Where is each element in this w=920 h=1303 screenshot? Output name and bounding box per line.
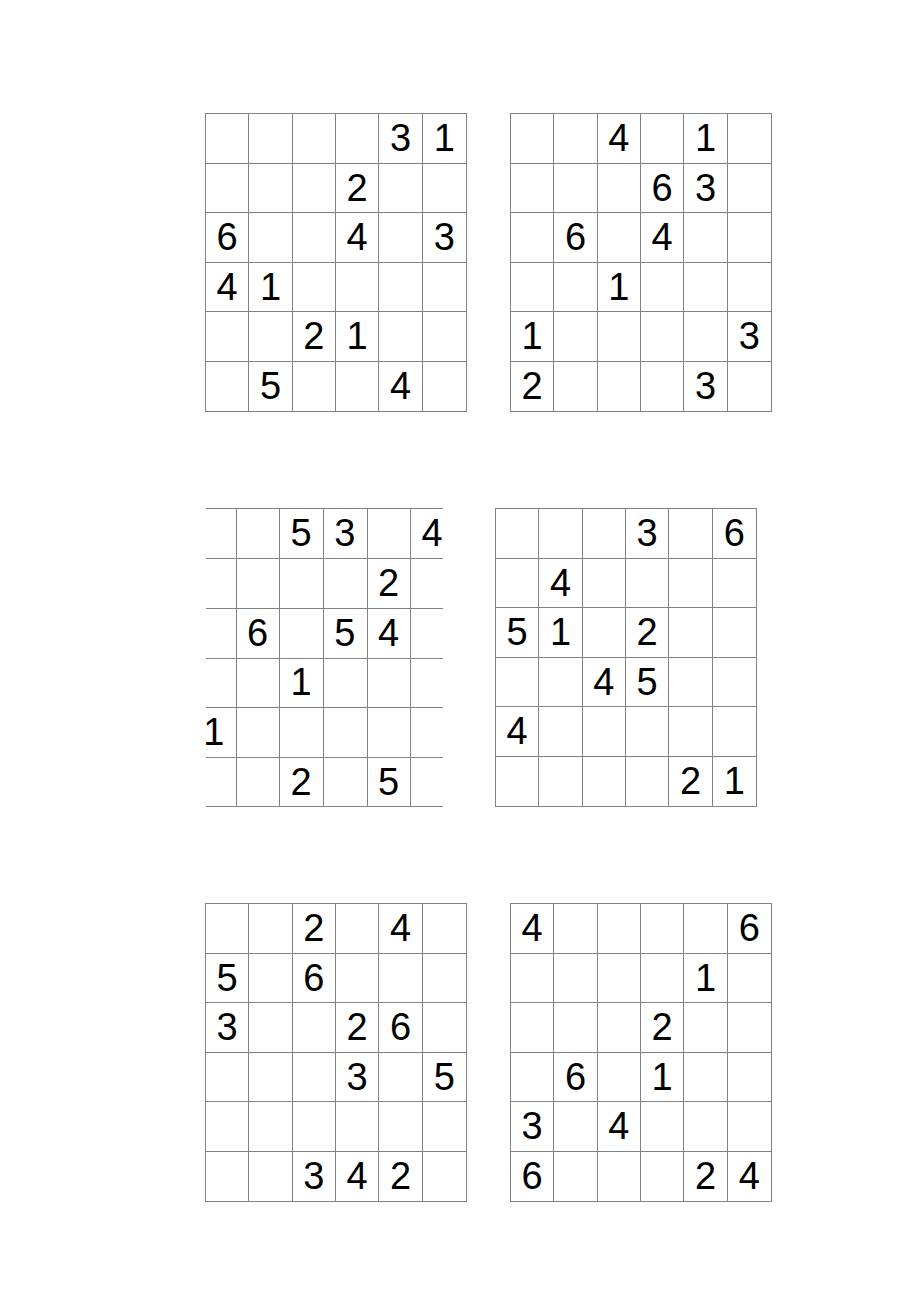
puzzle-2-given-r6c1[interactable]: 2 [511, 362, 554, 412]
puzzle-3-cell-r2c4[interactable] [323, 558, 367, 608]
puzzle-4-cell-r6c1[interactable] [496, 757, 539, 807]
puzzle-5-cell-r3c3[interactable] [293, 1003, 336, 1053]
puzzle-6-cell-r1c4[interactable] [641, 904, 684, 954]
puzzle-5-cell-r4c3[interactable] [293, 1053, 336, 1103]
puzzle-4-cell-r3c6[interactable] [713, 608, 756, 658]
puzzle-5-cell-r4c1[interactable] [206, 1053, 249, 1103]
puzzle-3-cell-r5c5[interactable] [367, 707, 411, 757]
puzzle-4-given-r2c2[interactable]: 4 [539, 559, 582, 609]
puzzle-1-cell-r2c6[interactable] [423, 164, 466, 214]
puzzle-4-given-r1c4[interactable]: 3 [626, 509, 669, 559]
puzzle-3-cell-r2c1[interactable] [192, 558, 236, 608]
puzzle-1-given-r6c2[interactable]: 5 [249, 362, 292, 412]
puzzle-5-given-r1c3[interactable]: 2 [293, 904, 336, 954]
puzzle-3-cell-r4c1[interactable] [192, 657, 236, 707]
puzzle-6-cell-r3c6[interactable] [728, 1003, 771, 1053]
puzzle-5-cell-r5c2[interactable] [249, 1102, 292, 1152]
puzzle-5-given-r3c5[interactable]: 6 [379, 1003, 422, 1053]
puzzle-5-given-r1c5[interactable]: 4 [379, 904, 422, 954]
puzzle-3-cell-r6c1[interactable] [192, 757, 236, 807]
puzzle-4-cell-r4c2[interactable] [539, 658, 582, 708]
puzzle-1-cell-r5c6[interactable] [423, 312, 466, 362]
puzzle-1-cell-r3c5[interactable] [379, 213, 422, 263]
puzzle-6-cell-r5c4[interactable] [641, 1102, 684, 1152]
puzzle-3-cell-r4c5[interactable] [367, 657, 411, 707]
puzzle-5-cell-r1c6[interactable] [423, 904, 466, 954]
puzzle-4-given-r4c3[interactable]: 4 [583, 658, 626, 708]
puzzle-6-cell-r1c5[interactable] [684, 904, 727, 954]
puzzle-1-board: 312643412154 [205, 113, 467, 412]
puzzle-2-given-r1c3[interactable]: 4 [598, 114, 641, 164]
puzzle-3-cell-r6c4[interactable] [323, 757, 367, 807]
puzzle-4-cell-r5c6[interactable] [713, 707, 756, 757]
puzzle-3-cell-r1c2[interactable] [236, 508, 280, 558]
puzzle-4-given-r1c6[interactable]: 6 [713, 509, 756, 559]
puzzle-6-cell-r1c2[interactable] [554, 904, 597, 954]
puzzle-grid-3: 53426541125 [192, 508, 454, 807]
puzzle-3-given-r6c3[interactable]: 2 [279, 757, 323, 807]
puzzle-2-cell-r4c4[interactable] [641, 263, 684, 313]
puzzle-6-cell-r3c2[interactable] [554, 1003, 597, 1053]
puzzle-5-cell-r3c2[interactable] [249, 1003, 292, 1053]
puzzle-5-cell-r2c2[interactable] [249, 954, 292, 1004]
puzzle-2-cell-r3c5[interactable] [684, 213, 727, 263]
puzzle-2-given-r3c2[interactable]: 6 [554, 213, 597, 263]
puzzle-6-given-r2c5[interactable]: 1 [684, 954, 727, 1004]
puzzle-4-cell-r2c3[interactable] [583, 559, 626, 609]
puzzle-3-cell-r5c3[interactable] [279, 707, 323, 757]
puzzle-5-given-r6c4[interactable]: 4 [336, 1152, 379, 1202]
puzzle-5-given-r3c1[interactable]: 3 [206, 1003, 249, 1053]
puzzle-6-cell-r2c3[interactable] [598, 954, 641, 1004]
puzzle-5-given-r3c4[interactable]: 2 [336, 1003, 379, 1053]
puzzle-grid-1: 312643412154 [205, 113, 467, 412]
puzzle-6-cell-r2c1[interactable] [511, 954, 554, 1004]
puzzle-5-given-r6c3[interactable]: 3 [293, 1152, 336, 1202]
grid-line-vertical [323, 508, 324, 807]
puzzle-2-cell-r5c2[interactable] [554, 312, 597, 362]
puzzle-3-cell-r2c2[interactable] [236, 558, 280, 608]
puzzle-4-cell-r2c4[interactable] [626, 559, 669, 609]
puzzle-2-cell-r1c4[interactable] [641, 114, 684, 164]
puzzle-3-cell-r1c5[interactable] [367, 508, 411, 558]
grid-line-horizontal [206, 658, 443, 659]
puzzle-6-given-r5c3[interactable]: 4 [598, 1102, 641, 1152]
puzzle-1-given-r1c6[interactable]: 1 [423, 114, 466, 164]
puzzle-1-given-r3c6[interactable]: 3 [423, 213, 466, 263]
puzzle-3-cell-r5c4[interactable] [323, 707, 367, 757]
puzzle-1-given-r1c5[interactable]: 3 [379, 114, 422, 164]
puzzle-4-cell-r3c5[interactable] [669, 608, 712, 658]
puzzle-6-cell-r2c6[interactable] [728, 954, 771, 1004]
puzzle-6-cell-r4c6[interactable] [728, 1053, 771, 1103]
puzzle-1-given-r3c1[interactable]: 6 [206, 213, 249, 263]
puzzle-6-given-r1c1[interactable]: 4 [511, 904, 554, 954]
puzzle-1-cell-r1c4[interactable] [336, 114, 379, 164]
puzzle-4-cell-r1c5[interactable] [669, 509, 712, 559]
puzzle-5-given-r2c3[interactable]: 6 [293, 954, 336, 1004]
puzzle-2-given-r2c5[interactable]: 3 [684, 164, 727, 214]
puzzle-6-given-r4c2[interactable]: 6 [554, 1053, 597, 1103]
puzzle-5-cell-r5c1[interactable] [206, 1102, 249, 1152]
puzzle-1-given-r4c1[interactable]: 4 [206, 263, 249, 313]
puzzle-2-cell-r1c1[interactable] [511, 114, 554, 164]
puzzle-3-given-r3c2[interactable]: 6 [236, 608, 280, 658]
puzzle-1-cell-r2c2[interactable] [249, 164, 292, 214]
puzzle-5-cell-r2c4[interactable] [336, 954, 379, 1004]
puzzle-1-given-r6c5[interactable]: 4 [379, 362, 422, 412]
puzzle-3-given-r5c1[interactable]: 1 [192, 707, 236, 757]
puzzle-4-given-r6c6[interactable]: 1 [713, 757, 756, 807]
puzzle-2-cell-r1c2[interactable] [554, 114, 597, 164]
puzzle-4-board: 36451245421 [495, 508, 757, 807]
puzzle-2-cell-r4c2[interactable] [554, 263, 597, 313]
puzzle-3-cell-r5c2[interactable] [236, 707, 280, 757]
puzzle-1-cell-r6c6[interactable] [423, 362, 466, 412]
puzzle-6-given-r5c1[interactable]: 3 [511, 1102, 554, 1152]
puzzle-6-given-r1c6[interactable]: 6 [728, 904, 771, 954]
puzzle-4-given-r3c1[interactable]: 5 [496, 608, 539, 658]
puzzle-1-given-r3c4[interactable]: 4 [336, 213, 379, 263]
puzzle-1-cell-r6c3[interactable] [293, 362, 336, 412]
puzzle-6-cell-r4c5[interactable] [684, 1053, 727, 1103]
puzzle-2-given-r4c3[interactable]: 1 [598, 263, 641, 313]
puzzle-3-cell-r3c6[interactable] [410, 608, 454, 658]
puzzle-6-cell-r3c1[interactable] [511, 1003, 554, 1053]
puzzle-2-cell-r4c5[interactable] [684, 263, 727, 313]
grid-line-horizontal [206, 806, 443, 807]
puzzle-1-cell-r4c3[interactable] [293, 263, 336, 313]
puzzle-3-given-r1c6[interactable]: 4 [410, 508, 454, 558]
puzzle-2-cell-r3c3[interactable] [598, 213, 641, 263]
puzzle-2-board: 41636411323 [510, 113, 772, 412]
puzzle-4-cell-r5c2[interactable] [539, 707, 582, 757]
puzzle-1-cell-r6c4[interactable] [336, 362, 379, 412]
puzzle-2-cell-r2c2[interactable] [554, 164, 597, 214]
puzzle-1-cell-r2c1[interactable] [206, 164, 249, 214]
puzzle-2-cell-r5c4[interactable] [641, 312, 684, 362]
puzzle-5-cell-r1c4[interactable] [336, 904, 379, 954]
puzzle-worksheet-page: 312643412154 41636411323 53426541125 364… [0, 0, 920, 1303]
puzzle-1-cell-r1c3[interactable] [293, 114, 336, 164]
puzzle-4-cell-r4c6[interactable] [713, 658, 756, 708]
puzzle-4-cell-r1c1[interactable] [496, 509, 539, 559]
puzzle-grid-5: 245632635342 [205, 903, 467, 1202]
puzzle-2-cell-r2c3[interactable] [598, 164, 641, 214]
puzzle-5-cell-r5c4[interactable] [336, 1102, 379, 1152]
puzzle-6-cell-r4c3[interactable] [598, 1053, 641, 1103]
puzzle-2-cell-r4c6[interactable] [728, 263, 771, 313]
puzzle-4-cell-r2c1[interactable] [496, 559, 539, 609]
puzzle-3-cell-r2c6[interactable] [410, 558, 454, 608]
puzzle-4-cell-r1c2[interactable] [539, 509, 582, 559]
puzzle-2-given-r6c5[interactable]: 3 [684, 362, 727, 412]
puzzle-4-cell-r2c5[interactable] [669, 559, 712, 609]
puzzle-6-cell-r3c3[interactable] [598, 1003, 641, 1053]
puzzle-5-given-r6c5[interactable]: 2 [379, 1152, 422, 1202]
puzzle-2-given-r3c4[interactable]: 4 [641, 213, 684, 263]
puzzle-6-given-r6c6[interactable]: 4 [728, 1152, 771, 1202]
puzzle-4-cell-r6c2[interactable] [539, 757, 582, 807]
puzzle-2-given-r2c4[interactable]: 6 [641, 164, 684, 214]
puzzle-6-cell-r5c6[interactable] [728, 1102, 771, 1152]
puzzle-2-cell-r6c6[interactable] [728, 362, 771, 412]
puzzle-5-cell-r1c2[interactable] [249, 904, 292, 954]
puzzle-3-cell-r2c3[interactable] [279, 558, 323, 608]
puzzle-5-cell-r4c2[interactable] [249, 1053, 292, 1103]
puzzle-6-cell-r6c4[interactable] [641, 1152, 684, 1202]
grid-line-horizontal [206, 558, 443, 559]
puzzle-5-cell-r5c3[interactable] [293, 1102, 336, 1152]
puzzle-grid-2: 41636411323 [510, 113, 772, 412]
puzzle-6-given-r4c4[interactable]: 1 [641, 1053, 684, 1103]
puzzle-5-cell-r6c6[interactable] [423, 1152, 466, 1202]
puzzle-1-cell-r1c2[interactable] [249, 114, 292, 164]
puzzle-3-given-r4c3[interactable]: 1 [279, 657, 323, 707]
puzzle-3-given-r2c5[interactable]: 2 [367, 558, 411, 608]
puzzle-1-cell-r3c3[interactable] [293, 213, 336, 263]
puzzle-6-cell-r5c2[interactable] [554, 1102, 597, 1152]
puzzle-2-cell-r2c6[interactable] [728, 164, 771, 214]
puzzle-6-given-r6c5[interactable]: 2 [684, 1152, 727, 1202]
puzzle-2-cell-r2c1[interactable] [511, 164, 554, 214]
puzzle-3-cell-r3c1[interactable] [192, 608, 236, 658]
puzzle-3-cell-r3c3[interactable] [279, 608, 323, 658]
puzzle-6-given-r3c4[interactable]: 2 [641, 1003, 684, 1053]
puzzle-4-cell-r1c3[interactable] [583, 509, 626, 559]
grid-line-vertical [367, 508, 368, 807]
puzzle-2-given-r1c5[interactable]: 1 [684, 114, 727, 164]
puzzle-2-cell-r5c3[interactable] [598, 312, 641, 362]
puzzle-2-cell-r3c6[interactable] [728, 213, 771, 263]
puzzle-6-cell-r4c1[interactable] [511, 1053, 554, 1103]
grid-line-vertical [236, 508, 237, 807]
puzzle-1-cell-r5c5[interactable] [379, 312, 422, 362]
puzzle-5-cell-r2c5[interactable] [379, 954, 422, 1004]
puzzle-2-cell-r6c4[interactable] [641, 362, 684, 412]
puzzle-5-given-r4c6[interactable]: 5 [423, 1053, 466, 1103]
puzzle-1-given-r5c4[interactable]: 1 [336, 312, 379, 362]
puzzle-4-cell-r6c4[interactable] [626, 757, 669, 807]
grid-line-vertical [279, 508, 280, 807]
puzzle-5-cell-r3c6[interactable] [423, 1003, 466, 1053]
puzzle-3-cell-r4c4[interactable] [323, 657, 367, 707]
puzzle-grid-6: 46126134624 [510, 903, 772, 1202]
grid-line-horizontal [206, 608, 443, 609]
puzzle-2-cell-r4c1[interactable] [511, 263, 554, 313]
puzzle-5-given-r4c4[interactable]: 3 [336, 1053, 379, 1103]
puzzle-1-cell-r5c1[interactable] [206, 312, 249, 362]
puzzle-1-cell-r4c5[interactable] [379, 263, 422, 313]
puzzle-6-cell-r3c5[interactable] [684, 1003, 727, 1053]
puzzle-2-cell-r5c5[interactable] [684, 312, 727, 362]
puzzle-3-cell-r6c2[interactable] [236, 757, 280, 807]
puzzle-6-cell-r2c2[interactable] [554, 954, 597, 1004]
puzzle-1-given-r2c4[interactable]: 2 [336, 164, 379, 214]
puzzle-6-cell-r5c5[interactable] [684, 1102, 727, 1152]
grid-line-horizontal [206, 757, 443, 758]
puzzle-1-cell-r1c1[interactable] [206, 114, 249, 164]
grid-line-horizontal [206, 707, 443, 708]
puzzle-2-cell-r1c6[interactable] [728, 114, 771, 164]
puzzle-3-given-r1c3[interactable]: 5 [279, 508, 323, 558]
puzzle-1-cell-r4c4[interactable] [336, 263, 379, 313]
puzzle-1-cell-r3c2[interactable] [249, 213, 292, 263]
puzzle-5-cell-r5c5[interactable] [379, 1102, 422, 1152]
grid-line-horizontal [206, 508, 443, 509]
puzzle-1-cell-r4c6[interactable] [423, 263, 466, 313]
puzzle-6-cell-r1c3[interactable] [598, 904, 641, 954]
puzzle-4-cell-r5c5[interactable] [669, 707, 712, 757]
puzzle-4-cell-r5c3[interactable] [583, 707, 626, 757]
puzzle-3-given-r3c4[interactable]: 5 [323, 608, 367, 658]
puzzle-4-cell-r2c6[interactable] [713, 559, 756, 609]
puzzle-5-cell-r6c1[interactable] [206, 1152, 249, 1202]
puzzle-6-cell-r6c3[interactable] [598, 1152, 641, 1202]
puzzle-2-cell-r3c1[interactable] [511, 213, 554, 263]
puzzle-5-cell-r5c6[interactable] [423, 1102, 466, 1152]
puzzle-6-board: 46126134624 [510, 903, 772, 1202]
puzzle-4-given-r5c1[interactable]: 4 [496, 707, 539, 757]
puzzle-1-given-r4c2[interactable]: 1 [249, 263, 292, 313]
puzzle-5-board: 245632635342 [205, 903, 467, 1202]
puzzle-5-cell-r1c1[interactable] [206, 904, 249, 954]
puzzle-6-given-r6c1[interactable]: 6 [511, 1152, 554, 1202]
grid-line-vertical [410, 508, 411, 807]
puzzle-3-given-r3c5[interactable]: 4 [367, 608, 411, 658]
puzzle-1-cell-r2c3[interactable] [293, 164, 336, 214]
puzzle-4-given-r3c2[interactable]: 1 [539, 608, 582, 658]
puzzle-4-cell-r4c1[interactable] [496, 658, 539, 708]
puzzle-2-given-r5c1[interactable]: 1 [511, 312, 554, 362]
puzzle-4-cell-r6c3[interactable] [583, 757, 626, 807]
puzzle-3-given-r6c5[interactable]: 5 [367, 757, 411, 807]
puzzle-3-cell-r5c6[interactable] [410, 707, 454, 757]
puzzle-5-cell-r2c6[interactable] [423, 954, 466, 1004]
puzzle-4-cell-r5c4[interactable] [626, 707, 669, 757]
puzzle-2-given-r5c6[interactable]: 3 [728, 312, 771, 362]
puzzle-6-cell-r2c4[interactable] [641, 954, 684, 1004]
puzzle-2-cell-r6c3[interactable] [598, 362, 641, 412]
puzzle-1-cell-r5c2[interactable] [249, 312, 292, 362]
puzzle-1-cell-r2c5[interactable] [379, 164, 422, 214]
puzzle-3-cell-r4c6[interactable] [410, 657, 454, 707]
puzzle-5-cell-r6c2[interactable] [249, 1152, 292, 1202]
puzzle-4-given-r6c5[interactable]: 2 [669, 757, 712, 807]
puzzle-3-cell-r4c2[interactable] [236, 657, 280, 707]
puzzle-4-cell-r4c5[interactable] [669, 658, 712, 708]
puzzle-1-cell-r6c1[interactable] [206, 362, 249, 412]
puzzle-5-cell-r4c5[interactable] [379, 1053, 422, 1103]
puzzle-4-given-r3c4[interactable]: 2 [626, 608, 669, 658]
puzzle-3-given-r1c4[interactable]: 3 [323, 508, 367, 558]
puzzle-4-given-r4c4[interactable]: 5 [626, 658, 669, 708]
puzzle-4-cell-r3c3[interactable] [583, 608, 626, 658]
puzzle-5-given-r2c1[interactable]: 5 [206, 954, 249, 1004]
puzzle-3-cell-r6c6[interactable] [410, 757, 454, 807]
puzzle-1-given-r5c3[interactable]: 2 [293, 312, 336, 362]
puzzle-6-cell-r6c2[interactable] [554, 1152, 597, 1202]
puzzle-3-cell-r1c1[interactable] [192, 508, 236, 558]
puzzle-grid-4: 36451245421 [495, 508, 757, 807]
puzzle-2-cell-r6c2[interactable] [554, 362, 597, 412]
